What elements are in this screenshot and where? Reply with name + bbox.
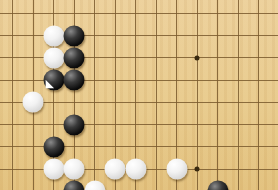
white-stone-c3-r2[interactable] (43, 25, 64, 46)
white-stone-c4-r8[interactable] (64, 159, 85, 180)
black-stone-c11-r9[interactable] (207, 181, 228, 190)
grid-line-vertical-13 (258, 0, 259, 190)
grid-line-vertical-1 (12, 0, 13, 190)
grid-line-horizontal-2 (0, 35, 278, 36)
grid-line-vertical-5 (94, 0, 95, 190)
grid-line-vertical-8 (156, 0, 157, 190)
black-stone-c4-r9[interactable] (64, 181, 85, 190)
white-stone-c9-r8[interactable] (166, 159, 187, 180)
white-stone-c6-r8[interactable] (105, 159, 126, 180)
black-stone-c3-r7[interactable] (43, 136, 64, 157)
star-point-1 (195, 55, 200, 60)
grid-line-horizontal-6 (0, 124, 278, 125)
white-stone-c7-r8[interactable] (125, 159, 146, 180)
black-stone-c4-r6[interactable] (64, 114, 85, 135)
grid-line-horizontal-1 (0, 13, 278, 14)
black-stone-c4-r4[interactable] (64, 70, 85, 91)
white-triangle-marker (45, 80, 54, 89)
grid-line-vertical-12 (238, 0, 239, 190)
go-board[interactable] (0, 0, 278, 190)
black-stone-c4-r2[interactable] (64, 25, 85, 46)
black-stone-c3-r4[interactable] (43, 70, 64, 91)
grid-line-horizontal-3 (0, 57, 278, 58)
white-stone-c5-r9[interactable] (84, 181, 105, 190)
grid-line-vertical-11 (217, 0, 218, 190)
white-stone-c2-r5[interactable] (23, 92, 44, 113)
white-stone-c3-r3[interactable] (43, 47, 64, 68)
white-stone-c3-r8[interactable] (43, 159, 64, 180)
black-stone-c4-r3[interactable] (64, 47, 85, 68)
grid-line-vertical-10 (197, 0, 198, 190)
star-point-2 (195, 167, 200, 172)
grid-line-horizontal-7 (0, 146, 278, 147)
grid-line-horizontal-4 (0, 80, 278, 81)
